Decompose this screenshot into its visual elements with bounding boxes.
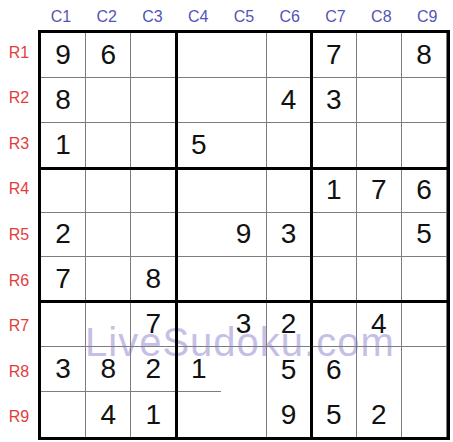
- cell-r3c1[interactable]: 1: [41, 123, 86, 168]
- row-label-r8: R8: [0, 349, 38, 395]
- row-label-r7: R7: [0, 303, 38, 349]
- cell-r4c8[interactable]: 7: [357, 168, 402, 213]
- cell-r3c9[interactable]: [402, 123, 447, 168]
- cell-r7c7[interactable]: [312, 302, 357, 347]
- box-divider-horizontal-2: [41, 300, 447, 303]
- cell-r2c7[interactable]: 3: [312, 78, 357, 123]
- cell-r3c5[interactable]: [221, 123, 266, 168]
- cell-r5c6[interactable]: 3: [267, 213, 312, 258]
- row-label-r4: R4: [0, 167, 38, 213]
- cell-r8c4[interactable]: 1: [176, 347, 221, 392]
- cell-r8c8[interactable]: [357, 347, 402, 392]
- cell-r8c5[interactable]: [221, 347, 266, 392]
- cell-r6c2[interactable]: [86, 257, 131, 302]
- column-label-c2: C2: [84, 0, 130, 30]
- cell-r7c1[interactable]: [41, 302, 86, 347]
- cell-r3c4[interactable]: 5: [176, 123, 221, 168]
- cell-r9c2[interactable]: 4: [86, 392, 131, 437]
- column-labels: C1C2C3C4C5C6C7C8C9: [38, 0, 450, 30]
- cell-r8c1[interactable]: 3: [41, 347, 86, 392]
- cell-r9c5[interactable]: [221, 392, 266, 437]
- cell-r8c3[interactable]: 2: [131, 347, 176, 392]
- row-label-r1: R1: [0, 30, 38, 76]
- cell-r7c9[interactable]: [402, 302, 447, 347]
- cell-r7c2[interactable]: [86, 302, 131, 347]
- cell-r6c5[interactable]: [221, 257, 266, 302]
- cell-r9c3[interactable]: 1: [131, 392, 176, 437]
- cell-r2c5[interactable]: [221, 78, 266, 123]
- cell-r1c1[interactable]: 9: [41, 33, 86, 78]
- cell-r1c2[interactable]: 6: [86, 33, 131, 78]
- cell-r6c3[interactable]: 8: [131, 257, 176, 302]
- cell-r3c2[interactable]: [86, 123, 131, 168]
- cell-r9c8[interactable]: 2: [357, 392, 402, 437]
- cell-r6c4[interactable]: [176, 257, 221, 302]
- cell-r1c9[interactable]: 8: [402, 33, 447, 78]
- box-divider-vertical-1: [175, 33, 178, 437]
- box-divider-vertical-2: [310, 33, 313, 437]
- cell-r5c3[interactable]: [131, 213, 176, 258]
- cell-r1c3[interactable]: [131, 33, 176, 78]
- cell-r1c5[interactable]: [221, 33, 266, 78]
- cell-r1c7[interactable]: 7: [312, 33, 357, 78]
- cell-r5c7[interactable]: [312, 213, 357, 258]
- column-label-c6: C6: [267, 0, 313, 30]
- cell-r3c8[interactable]: [357, 123, 402, 168]
- cell-r9c7[interactable]: 5: [312, 392, 357, 437]
- cell-r8c2[interactable]: 8: [86, 347, 131, 392]
- cell-r2c8[interactable]: [357, 78, 402, 123]
- cell-r4c6[interactable]: [267, 168, 312, 213]
- cell-r9c4[interactable]: [176, 392, 221, 437]
- cell-r4c1[interactable]: [41, 168, 86, 213]
- column-label-c1: C1: [38, 0, 84, 30]
- row-labels: R1R2R3R4R5R6R7R8R9: [0, 30, 38, 440]
- cell-r3c6[interactable]: [267, 123, 312, 168]
- cell-r5c9[interactable]: 5: [402, 213, 447, 258]
- cell-r6c7[interactable]: [312, 257, 357, 302]
- cell-r5c8[interactable]: [357, 213, 402, 258]
- cell-r2c1[interactable]: 8: [41, 78, 86, 123]
- cell-r7c5[interactable]: 3: [221, 302, 266, 347]
- cell-r2c6[interactable]: 4: [267, 78, 312, 123]
- cell-r8c9[interactable]: [402, 347, 447, 392]
- cell-r4c7[interactable]: 1: [312, 168, 357, 213]
- row-label-r3: R3: [0, 121, 38, 167]
- row-label-r9: R9: [0, 394, 38, 440]
- cell-r9c1[interactable]: [41, 392, 86, 437]
- column-label-c5: C5: [221, 0, 267, 30]
- cell-r6c1[interactable]: 7: [41, 257, 86, 302]
- column-label-c4: C4: [175, 0, 221, 30]
- cell-r4c2[interactable]: [86, 168, 131, 213]
- cell-r2c2[interactable]: [86, 78, 131, 123]
- cell-r8c6[interactable]: 5: [267, 347, 312, 392]
- cell-r6c8[interactable]: [357, 257, 402, 302]
- column-label-c3: C3: [130, 0, 176, 30]
- cell-r5c5[interactable]: 9: [221, 213, 266, 258]
- box-divider-horizontal-1: [41, 167, 447, 170]
- cell-r4c5[interactable]: [221, 168, 266, 213]
- cell-r4c4[interactable]: [176, 168, 221, 213]
- cell-r1c4[interactable]: [176, 33, 221, 78]
- cell-r5c1[interactable]: 2: [41, 213, 86, 258]
- row-label-r6: R6: [0, 258, 38, 304]
- cell-r6c6[interactable]: [267, 257, 312, 302]
- cell-r5c4[interactable]: [176, 213, 221, 258]
- cell-r5c2[interactable]: [86, 213, 131, 258]
- cell-r2c3[interactable]: [131, 78, 176, 123]
- cell-r3c3[interactable]: [131, 123, 176, 168]
- cell-r9c9[interactable]: [402, 392, 447, 437]
- cell-r3c7[interactable]: [312, 123, 357, 168]
- cell-r4c9[interactable]: 6: [402, 168, 447, 213]
- cell-r7c8[interactable]: 4: [357, 302, 402, 347]
- row-label-r5: R5: [0, 212, 38, 258]
- cell-r7c6[interactable]: 2: [267, 302, 312, 347]
- cell-r1c6[interactable]: [267, 33, 312, 78]
- cell-r8c7[interactable]: 6: [312, 347, 357, 392]
- cell-r6c9[interactable]: [402, 257, 447, 302]
- cell-r4c3[interactable]: [131, 168, 176, 213]
- column-label-c9: C9: [404, 0, 450, 30]
- row-label-r2: R2: [0, 76, 38, 122]
- cell-r2c9[interactable]: [402, 78, 447, 123]
- cell-r9c6[interactable]: 9: [267, 392, 312, 437]
- cell-r7c4[interactable]: [176, 302, 221, 347]
- cell-r2c4[interactable]: [176, 78, 221, 123]
- cell-r1c8[interactable]: [357, 33, 402, 78]
- sudoku-board: LiveSudoku.com 9678843151762935787324382…: [38, 30, 450, 440]
- column-label-c7: C7: [313, 0, 359, 30]
- cell-r7c3[interactable]: 7: [131, 302, 176, 347]
- column-label-c8: C8: [358, 0, 404, 30]
- sudoku-page: C1C2C3C4C5C6C7C8C9 R1R2R3R4R5R6R7R8R9 Li…: [0, 0, 453, 442]
